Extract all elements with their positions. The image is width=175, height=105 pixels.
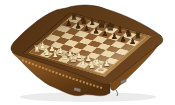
- piece-glyph: ♟: [129, 37, 136, 45]
- piece-glyph: ♜: [33, 45, 41, 54]
- piece-glyph: ♟: [66, 19, 73, 27]
- piece-glyph: ♞: [42, 47, 51, 57]
- piece-glyph: ♝: [78, 57, 87, 67]
- piece-glyph: ♟: [120, 34, 127, 42]
- piece-glyph: ♜: [97, 63, 105, 72]
- piece-glyph: ♟: [111, 32, 118, 40]
- piece-glyph: ♟: [75, 21, 82, 29]
- piece-glyph: ♟: [93, 27, 100, 35]
- piece-glyph: ♟: [102, 29, 109, 37]
- piece-glyph: ♟: [84, 24, 91, 32]
- piece-glyph: ♝: [51, 49, 60, 59]
- piece-glyph: ♞: [88, 60, 97, 70]
- piece-glyph: ♚: [69, 53, 79, 65]
- product-photo-stage: ♜♞♝♛♚♝♞♜♟♟♟♟♟♟♟♟♟♟♟♟♟♟♟♟♜♞♝♛♚♝♞♜: [0, 0, 175, 105]
